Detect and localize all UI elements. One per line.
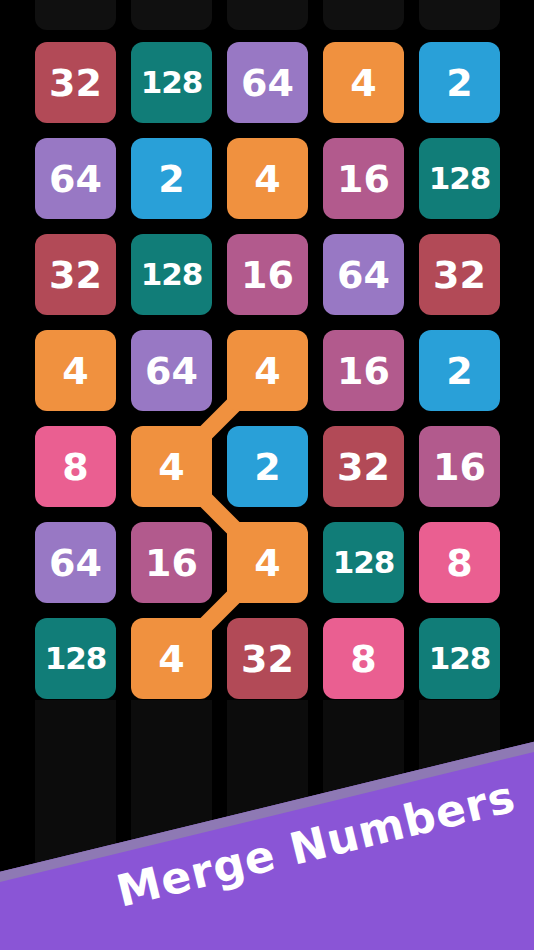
top-slot-guide <box>227 0 308 30</box>
tile-r1c5[interactable]: 2 <box>419 42 500 123</box>
tile-r1c2[interactable]: 128 <box>131 42 212 123</box>
tile-r6c4[interactable]: 128 <box>323 522 404 603</box>
top-slot-guide <box>419 0 500 30</box>
tile-r7c5[interactable]: 128 <box>419 618 500 699</box>
tile-r7c3[interactable]: 32 <box>227 618 308 699</box>
top-slot-guide <box>131 0 212 30</box>
tile-r2c5[interactable]: 128 <box>419 138 500 219</box>
tile-r2c3[interactable]: 4 <box>227 138 308 219</box>
tile-r4c2[interactable]: 64 <box>131 330 212 411</box>
tile-r4c3[interactable]: 4 <box>227 330 308 411</box>
tile-r7c2[interactable]: 4 <box>131 618 212 699</box>
tile-r4c1[interactable]: 4 <box>35 330 116 411</box>
tile-r5c2[interactable]: 4 <box>131 426 212 507</box>
tile-r6c5[interactable]: 8 <box>419 522 500 603</box>
game-screen: 3212864426424161283212816643246441628423… <box>0 0 534 950</box>
tile-r5c3[interactable]: 2 <box>227 426 308 507</box>
tile-r3c4[interactable]: 64 <box>323 234 404 315</box>
tile-r4c4[interactable]: 16 <box>323 330 404 411</box>
tile-r2c2[interactable]: 2 <box>131 138 212 219</box>
tile-r3c2[interactable]: 128 <box>131 234 212 315</box>
tile-r5c4[interactable]: 32 <box>323 426 404 507</box>
tile-r1c4[interactable]: 4 <box>323 42 404 123</box>
tile-r4c5[interactable]: 2 <box>419 330 500 411</box>
tile-r6c1[interactable]: 64 <box>35 522 116 603</box>
tile-r1c3[interactable]: 64 <box>227 42 308 123</box>
tile-r5c1[interactable]: 8 <box>35 426 116 507</box>
tile-r6c2[interactable]: 16 <box>131 522 212 603</box>
tile-r1c1[interactable]: 32 <box>35 42 116 123</box>
top-slot-guide <box>35 0 116 30</box>
tile-r7c1[interactable]: 128 <box>35 618 116 699</box>
tile-r6c3[interactable]: 4 <box>227 522 308 603</box>
tile-r3c3[interactable]: 16 <box>227 234 308 315</box>
tile-r2c4[interactable]: 16 <box>323 138 404 219</box>
tile-r5c5[interactable]: 16 <box>419 426 500 507</box>
tile-r2c1[interactable]: 64 <box>35 138 116 219</box>
top-slot-guide <box>323 0 404 30</box>
tile-r7c4[interactable]: 8 <box>323 618 404 699</box>
tile-r3c5[interactable]: 32 <box>419 234 500 315</box>
tile-r3c1[interactable]: 32 <box>35 234 116 315</box>
